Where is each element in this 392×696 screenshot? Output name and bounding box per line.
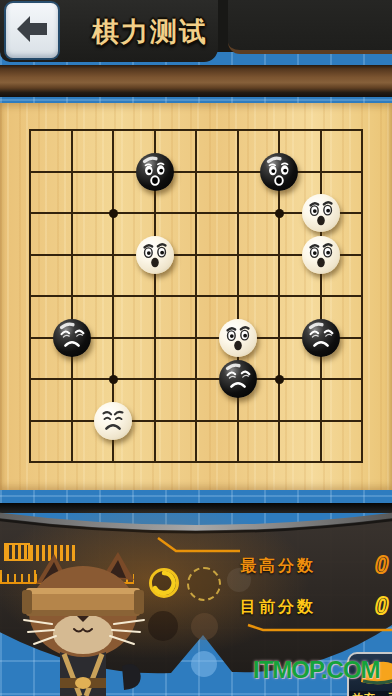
board-grid-line — [29, 420, 363, 422]
app-root: 棋力测试 — [0, 0, 392, 696]
hoshi-point — [275, 209, 284, 218]
stone-black — [260, 153, 298, 191]
stone-black — [302, 319, 340, 357]
board-grid-line — [320, 129, 322, 463]
score-current-value: 0 — [336, 593, 388, 620]
cat-mascot — [22, 550, 148, 696]
back-button[interactable] — [6, 3, 58, 58]
score-current-label: 目前分数 — [240, 597, 316, 618]
blue-dot-decoration — [191, 651, 217, 677]
pass-button-label: 放弃一手 — [349, 691, 392, 696]
stone-black — [53, 319, 91, 357]
back-arrow-icon — [15, 14, 49, 48]
score-highest-value: 0 — [336, 552, 388, 579]
hoshi-point — [109, 375, 118, 384]
stone-white — [219, 319, 257, 357]
stone-white — [302, 236, 340, 274]
page-title: 棋力测试 — [70, 14, 230, 50]
spinner-icon[interactable] — [147, 566, 181, 600]
board-grid-line — [361, 129, 363, 463]
stone-white — [136, 236, 174, 274]
header-right-panel — [228, 0, 392, 54]
bubble-decoration — [148, 611, 178, 641]
score-highest-label: 最高分数 — [240, 556, 316, 577]
stone-white — [94, 402, 132, 440]
hoshi-point — [275, 375, 284, 384]
table-edge — [0, 65, 392, 97]
stone-white — [302, 194, 340, 232]
stone-black — [219, 360, 257, 398]
board-grid-line — [29, 461, 363, 463]
board-grid-line — [195, 129, 197, 463]
board-grid-line — [237, 129, 239, 463]
board-grid-line — [29, 378, 363, 380]
dashed-slot — [187, 567, 221, 601]
bubble-decoration — [191, 613, 218, 640]
hoshi-point — [109, 209, 118, 218]
stone-black — [136, 153, 174, 191]
go-board[interactable] — [0, 103, 392, 490]
watermark: ITMOP.COM — [253, 656, 380, 684]
